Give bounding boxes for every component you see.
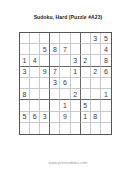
cell-r8c6[interactable] — [71, 112, 81, 123]
cell-r6c6[interactable]: 2 — [71, 89, 81, 100]
cell-r5c6[interactable] — [71, 78, 81, 89]
cell-r4c5[interactable] — [60, 67, 70, 78]
cell-r4c4[interactable]: 7 — [50, 67, 60, 78]
cell-r7c1[interactable] — [20, 100, 30, 111]
cell-r7c9[interactable] — [101, 100, 111, 111]
cell-r8c4[interactable] — [50, 112, 60, 123]
cell-r9c4[interactable] — [50, 123, 60, 134]
cell-r2c6[interactable] — [71, 44, 81, 55]
cell-r6c5[interactable] — [60, 89, 70, 100]
cell-r6c9[interactable]: 1 — [101, 89, 111, 100]
cell-r3c9[interactable]: 8 — [101, 55, 111, 66]
cell-r7c7[interactable]: 5 — [81, 100, 91, 111]
cell-r3c8[interactable] — [91, 55, 101, 66]
cell-r9c6[interactable] — [71, 123, 81, 134]
cell-r7c5[interactable]: 1 — [60, 100, 70, 111]
cell-r8c3[interactable]: 3 — [40, 112, 50, 123]
cell-r3c7[interactable]: 2 — [81, 55, 91, 66]
cell-r3c2[interactable]: 4 — [30, 55, 40, 66]
cell-r9c7[interactable] — [81, 123, 91, 134]
cell-r8c9[interactable] — [101, 112, 111, 123]
cell-r2c5[interactable]: 7 — [60, 44, 70, 55]
cell-r2c2[interactable] — [30, 44, 40, 55]
cell-r6c2[interactable] — [30, 89, 40, 100]
cell-r4c3[interactable]: 9 — [40, 67, 50, 78]
cell-r5c8[interactable] — [91, 78, 101, 89]
cell-r2c7[interactable] — [81, 44, 91, 55]
cell-r6c3[interactable] — [40, 89, 50, 100]
cell-r1c7[interactable] — [81, 33, 91, 44]
cell-r8c2[interactable]: 6 — [30, 112, 40, 123]
cell-r1c1[interactable] — [20, 33, 30, 44]
page-title: Sudoku, Hard (Puzzle #A23) — [0, 14, 136, 20]
cell-r3c3[interactable] — [40, 55, 50, 66]
cell-r9c8[interactable] — [91, 123, 101, 134]
cell-r9c2[interactable] — [30, 123, 40, 134]
cell-r1c4[interactable] — [50, 33, 60, 44]
cell-r4c8[interactable]: 2 — [91, 67, 101, 78]
cell-r2c3[interactable]: 5 — [40, 44, 50, 55]
cell-r1c6[interactable] — [71, 33, 81, 44]
cell-r4c1[interactable]: 3 — [20, 67, 30, 78]
cell-r6c7[interactable] — [81, 89, 91, 100]
cell-r2c1[interactable] — [20, 44, 30, 55]
cell-r7c2[interactable] — [30, 100, 40, 111]
cell-r4c7[interactable] — [81, 67, 91, 78]
cell-r7c6[interactable] — [71, 100, 81, 111]
sudoku-board: 355874143283971263682115563918 — [19, 32, 112, 135]
cell-r5c7[interactable] — [81, 78, 91, 89]
cell-r6c8[interactable] — [91, 89, 101, 100]
cell-r9c1[interactable] — [20, 123, 30, 134]
cell-r4c9[interactable]: 6 — [101, 67, 111, 78]
cell-r3c4[interactable] — [50, 55, 60, 66]
cell-r8c7[interactable]: 1 — [81, 112, 91, 123]
cell-r3c1[interactable]: 1 — [20, 55, 30, 66]
cell-r5c3[interactable] — [40, 78, 50, 89]
cell-r8c5[interactable]: 9 — [60, 112, 70, 123]
cell-r9c5[interactable] — [60, 123, 70, 134]
cell-r6c1[interactable]: 8 — [20, 89, 30, 100]
cell-r3c6[interactable]: 3 — [71, 55, 81, 66]
cell-r7c3[interactable] — [40, 100, 50, 111]
cell-r1c2[interactable] — [30, 33, 40, 44]
cell-r1c8[interactable]: 3 — [91, 33, 101, 44]
sudoku-sheet: Sudoku, Hard (Puzzle #A23) 3558741432839… — [0, 0, 136, 176]
cell-r7c4[interactable] — [50, 100, 60, 111]
cell-r8c8[interactable]: 8 — [91, 112, 101, 123]
footer-url: www.printsudoku.com — [0, 160, 136, 165]
cell-r1c9[interactable]: 5 — [101, 33, 111, 44]
cell-r5c4[interactable]: 3 — [50, 78, 60, 89]
cell-r1c3[interactable] — [40, 33, 50, 44]
cell-r7c8[interactable] — [91, 100, 101, 111]
cell-r8c1[interactable]: 5 — [20, 112, 30, 123]
cell-r9c3[interactable] — [40, 123, 50, 134]
cell-r5c1[interactable] — [20, 78, 30, 89]
cell-r5c5[interactable]: 6 — [60, 78, 70, 89]
cell-r9c9[interactable] — [101, 123, 111, 134]
cell-r2c9[interactable]: 4 — [101, 44, 111, 55]
cell-r3c5[interactable] — [60, 55, 70, 66]
cell-r6c4[interactable] — [50, 89, 60, 100]
cell-r2c4[interactable]: 8 — [50, 44, 60, 55]
cell-r4c6[interactable]: 1 — [71, 67, 81, 78]
cell-r5c9[interactable] — [101, 78, 111, 89]
cell-r2c8[interactable] — [91, 44, 101, 55]
cell-r4c2[interactable] — [30, 67, 40, 78]
cell-r1c5[interactable] — [60, 33, 70, 44]
cell-r5c2[interactable] — [30, 78, 40, 89]
